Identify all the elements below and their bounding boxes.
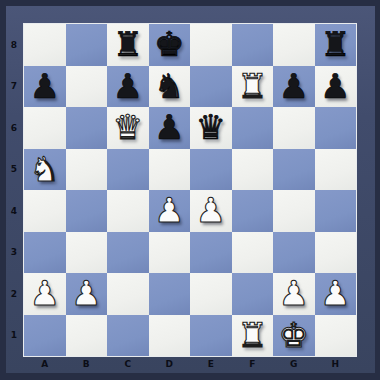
square-e1[interactable] <box>190 315 232 357</box>
piece-white-rook[interactable]: ♜ <box>237 66 267 108</box>
square-f5[interactable] <box>232 149 274 191</box>
square-g5[interactable] <box>273 149 315 191</box>
piece-white-pawn[interactable]: ♟ <box>30 273 60 315</box>
square-a7[interactable]: ♟ <box>24 66 66 108</box>
square-b8[interactable] <box>66 24 108 66</box>
piece-black-queen[interactable]: ♛ <box>196 107 226 149</box>
file-label-d: D <box>149 356 191 376</box>
piece-black-king[interactable]: ♚ <box>154 24 184 66</box>
square-a8[interactable] <box>24 24 66 66</box>
file-label-f: F <box>232 356 274 376</box>
square-f4[interactable] <box>232 190 274 232</box>
square-d5[interactable] <box>149 149 191 191</box>
rank-label-3: 3 <box>0 232 24 274</box>
square-c5[interactable] <box>107 149 149 191</box>
file-label-b: B <box>66 356 108 376</box>
square-d2[interactable] <box>149 273 191 315</box>
piece-black-pawn[interactable]: ♟ <box>320 66 350 108</box>
square-h3[interactable] <box>315 232 357 274</box>
square-a5[interactable]: ♞ <box>24 149 66 191</box>
file-label-c: C <box>107 356 149 376</box>
square-g7[interactable]: ♟ <box>273 66 315 108</box>
piece-black-pawn[interactable]: ♟ <box>113 66 143 108</box>
square-d4[interactable]: ♟ <box>149 190 191 232</box>
square-e8[interactable] <box>190 24 232 66</box>
square-c8[interactable]: ♜ <box>107 24 149 66</box>
square-a3[interactable] <box>24 232 66 274</box>
square-h2[interactable]: ♟ <box>315 273 357 315</box>
file-label-a: A <box>24 356 66 376</box>
square-g3[interactable] <box>273 232 315 274</box>
square-g2[interactable]: ♟ <box>273 273 315 315</box>
square-h6[interactable] <box>315 107 357 149</box>
file-label-h: H <box>315 356 357 376</box>
square-e4[interactable]: ♟ <box>190 190 232 232</box>
square-d1[interactable] <box>149 315 191 357</box>
square-f8[interactable] <box>232 24 274 66</box>
piece-white-knight[interactable]: ♞ <box>30 149 60 191</box>
square-h4[interactable] <box>315 190 357 232</box>
rank-label-7: 7 <box>0 66 24 108</box>
piece-white-pawn[interactable]: ♟ <box>71 273 101 315</box>
square-b7[interactable] <box>66 66 108 108</box>
square-c7[interactable]: ♟ <box>107 66 149 108</box>
piece-black-pawn[interactable]: ♟ <box>30 66 60 108</box>
piece-black-pawn[interactable]: ♟ <box>279 66 309 108</box>
file-label-g: G <box>273 356 315 376</box>
square-a4[interactable] <box>24 190 66 232</box>
square-b6[interactable] <box>66 107 108 149</box>
square-c6[interactable]: ♛ <box>107 107 149 149</box>
square-g8[interactable] <box>273 24 315 66</box>
square-d3[interactable] <box>149 232 191 274</box>
piece-white-pawn[interactable]: ♟ <box>279 273 309 315</box>
square-b1[interactable] <box>66 315 108 357</box>
rank-label-5: 5 <box>0 149 24 191</box>
square-e3[interactable] <box>190 232 232 274</box>
square-a1[interactable] <box>24 315 66 357</box>
rank-coordinates: 87654321 <box>0 24 24 356</box>
square-a2[interactable]: ♟ <box>24 273 66 315</box>
file-coordinates: ABCDEFGH <box>24 356 356 376</box>
square-h5[interactable] <box>315 149 357 191</box>
square-f3[interactable] <box>232 232 274 274</box>
square-c3[interactable] <box>107 232 149 274</box>
piece-white-queen[interactable]: ♛ <box>113 107 143 149</box>
square-g1[interactable]: ♚ <box>273 315 315 357</box>
square-f6[interactable] <box>232 107 274 149</box>
rank-label-8: 8 <box>0 24 24 66</box>
square-f1[interactable]: ♜ <box>232 315 274 357</box>
square-g6[interactable] <box>273 107 315 149</box>
rank-label-1: 1 <box>0 315 24 357</box>
square-b4[interactable] <box>66 190 108 232</box>
chess-diagram: 87654321 ABCDEFGH ♜♚♜♟♟♞♜♟♟♛♟♛♞♟♟♟♟♟♟♜♚ <box>0 0 380 380</box>
square-f7[interactable]: ♜ <box>232 66 274 108</box>
square-d7[interactable]: ♞ <box>149 66 191 108</box>
square-c4[interactable] <box>107 190 149 232</box>
piece-black-rook[interactable]: ♜ <box>320 24 350 66</box>
square-e7[interactable] <box>190 66 232 108</box>
piece-black-pawn[interactable]: ♟ <box>154 107 184 149</box>
square-d8[interactable]: ♚ <box>149 24 191 66</box>
square-g4[interactable] <box>273 190 315 232</box>
square-c2[interactable] <box>107 273 149 315</box>
square-b3[interactable] <box>66 232 108 274</box>
square-h7[interactable]: ♟ <box>315 66 357 108</box>
piece-white-rook[interactable]: ♜ <box>237 315 267 357</box>
square-h8[interactable]: ♜ <box>315 24 357 66</box>
square-e6[interactable]: ♛ <box>190 107 232 149</box>
piece-white-pawn[interactable]: ♟ <box>154 190 184 232</box>
piece-white-pawn[interactable]: ♟ <box>196 190 226 232</box>
rank-label-4: 4 <box>0 190 24 232</box>
piece-white-pawn[interactable]: ♟ <box>320 273 350 315</box>
piece-white-king[interactable]: ♚ <box>279 315 309 357</box>
square-a6[interactable] <box>24 107 66 149</box>
piece-black-rook[interactable]: ♜ <box>113 24 143 66</box>
square-d6[interactable]: ♟ <box>149 107 191 149</box>
square-e5[interactable] <box>190 149 232 191</box>
rank-label-6: 6 <box>0 107 24 149</box>
square-b5[interactable] <box>66 149 108 191</box>
square-b2[interactable]: ♟ <box>66 273 108 315</box>
square-f2[interactable] <box>232 273 274 315</box>
chess-board[interactable]: ♜♚♜♟♟♞♜♟♟♛♟♛♞♟♟♟♟♟♟♜♚ <box>24 24 356 356</box>
piece-black-knight[interactable]: ♞ <box>154 66 184 108</box>
square-h1[interactable] <box>315 315 357 357</box>
square-c1[interactable] <box>107 315 149 357</box>
file-label-e: E <box>190 356 232 376</box>
square-e2[interactable] <box>190 273 232 315</box>
rank-label-2: 2 <box>0 273 24 315</box>
